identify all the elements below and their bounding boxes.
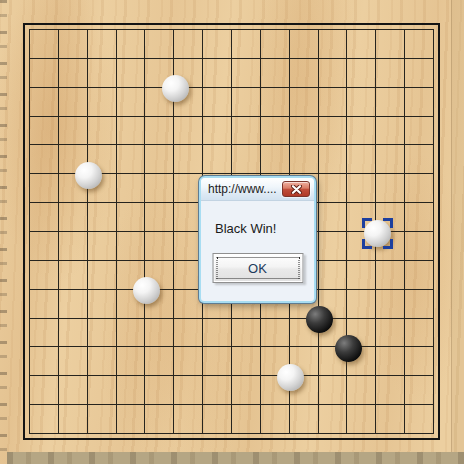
board-right-bevel [451,0,464,452]
marker-corner-tr [383,218,393,228]
dialog-titlebar[interactable]: http://www.... [201,178,314,201]
close-icon [291,185,302,194]
ok-button[interactable]: OK [212,253,303,283]
stone-white [75,162,102,189]
stone-white [133,277,160,304]
stone-white [162,75,189,102]
board-left-bevel [0,0,7,464]
close-button[interactable] [282,181,310,197]
ok-button-label: OK [248,261,267,276]
board-bottom-bevel [7,452,464,464]
selection-marker [362,218,393,249]
win-dialog: http://www.... Black Win! OK [199,176,316,303]
gomoku-game-screen: http://www.... Black Win! OK [0,0,464,464]
marker-corner-bl [362,239,372,249]
win-message: Black Win! [201,201,314,236]
stone-black [335,335,362,362]
stone-black [306,306,333,333]
marker-corner-br [383,239,393,249]
dialog-title: http://www.... [208,178,277,200]
marker-corner-tl [362,218,372,228]
dialog-body: Black Win! OK [201,201,314,303]
stone-white [277,364,304,391]
